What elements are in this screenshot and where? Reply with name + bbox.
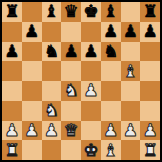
square-c1[interactable] (42, 140, 62, 160)
black-bishop-piece: ♝ (44, 3, 59, 20)
black-queen-piece: ♛ (64, 3, 79, 20)
white-pawn-piece: ♟ (4, 121, 19, 138)
white-bishop-piece: ♝ (103, 141, 118, 158)
square-f2[interactable]: ♟ (101, 121, 121, 141)
square-h6[interactable] (140, 42, 160, 62)
chess-board-frame: ♜♝♛♚♝♜♟♟♟♟♟♞♟♟♞♝♞♟♞♟♟♟♛♟♟♟♜♚♝♜ (0, 0, 162, 162)
white-pawn-piece: ♟ (143, 121, 158, 138)
square-h4[interactable] (140, 81, 160, 101)
square-b3[interactable] (22, 101, 42, 121)
black-pawn-piece: ♟ (143, 23, 158, 40)
square-e5[interactable] (81, 61, 101, 81)
square-e8[interactable]: ♚ (81, 2, 101, 22)
square-g7[interactable]: ♟ (121, 22, 141, 42)
square-f8[interactable]: ♝ (101, 2, 121, 22)
square-d2[interactable]: ♛ (61, 121, 81, 141)
square-f4[interactable] (101, 81, 121, 101)
square-c2[interactable]: ♟ (42, 121, 62, 141)
square-e1[interactable]: ♚ (81, 140, 101, 160)
black-pawn-piece: ♟ (24, 23, 39, 40)
square-h3[interactable] (140, 101, 160, 121)
black-rook-piece: ♜ (4, 3, 19, 20)
white-pawn-piece: ♟ (103, 121, 118, 138)
white-king-piece: ♚ (83, 141, 98, 158)
square-e3[interactable] (81, 101, 101, 121)
square-c8[interactable]: ♝ (42, 2, 62, 22)
square-g1[interactable] (121, 140, 141, 160)
square-g6[interactable] (121, 42, 141, 62)
white-bishop-piece: ♝ (123, 62, 138, 79)
square-h8[interactable]: ♜ (140, 2, 160, 22)
square-b7[interactable]: ♟ (22, 22, 42, 42)
white-rook-piece: ♜ (4, 141, 19, 158)
white-pawn-piece: ♟ (83, 82, 98, 99)
white-queen-piece: ♛ (64, 121, 79, 138)
square-f1[interactable]: ♝ (101, 140, 121, 160)
square-g3[interactable] (121, 101, 141, 121)
square-c7[interactable] (42, 22, 62, 42)
square-h7[interactable]: ♟ (140, 22, 160, 42)
square-b2[interactable]: ♟ (22, 121, 42, 141)
square-h2[interactable]: ♟ (140, 121, 160, 141)
square-f5[interactable] (101, 61, 121, 81)
black-rook-piece: ♜ (143, 3, 158, 20)
chess-board: ♜♝♛♚♝♜♟♟♟♟♟♞♟♟♞♝♞♟♞♟♟♟♛♟♟♟♜♚♝♜ (2, 2, 160, 160)
square-f3[interactable] (101, 101, 121, 121)
square-h5[interactable] (140, 61, 160, 81)
square-a4[interactable] (2, 81, 22, 101)
black-bishop-piece: ♝ (103, 3, 118, 20)
square-e7[interactable] (81, 22, 101, 42)
square-d4[interactable]: ♞ (61, 81, 81, 101)
square-d7[interactable] (61, 22, 81, 42)
square-a6[interactable]: ♟ (2, 42, 22, 62)
black-pawn-piece: ♟ (83, 42, 98, 59)
square-c6[interactable]: ♞ (42, 42, 62, 62)
square-g5[interactable]: ♝ (121, 61, 141, 81)
square-a8[interactable]: ♜ (2, 2, 22, 22)
square-a7[interactable] (2, 22, 22, 42)
square-d3[interactable] (61, 101, 81, 121)
square-g2[interactable]: ♟ (121, 121, 141, 141)
white-pawn-piece: ♟ (123, 121, 138, 138)
square-c5[interactable] (42, 61, 62, 81)
white-pawn-piece: ♟ (44, 121, 59, 138)
square-b4[interactable] (22, 81, 42, 101)
square-b8[interactable] (22, 2, 42, 22)
square-a1[interactable]: ♜ (2, 140, 22, 160)
square-e2[interactable] (81, 121, 101, 141)
square-d1[interactable] (61, 140, 81, 160)
black-pawn-piece: ♟ (4, 42, 19, 59)
white-knight-piece: ♞ (44, 102, 59, 119)
square-a5[interactable] (2, 61, 22, 81)
square-d5[interactable] (61, 61, 81, 81)
white-knight-piece: ♞ (64, 82, 79, 99)
square-e4[interactable]: ♟ (81, 81, 101, 101)
square-a2[interactable]: ♟ (2, 121, 22, 141)
square-b5[interactable] (22, 61, 42, 81)
square-b1[interactable] (22, 140, 42, 160)
white-pawn-piece: ♟ (24, 121, 39, 138)
black-knight-piece: ♞ (103, 42, 118, 59)
square-c4[interactable] (42, 81, 62, 101)
white-rook-piece: ♜ (143, 141, 158, 158)
black-king-piece: ♚ (83, 3, 98, 20)
square-f7[interactable]: ♟ (101, 22, 121, 42)
black-pawn-piece: ♟ (64, 42, 79, 59)
square-d8[interactable]: ♛ (61, 2, 81, 22)
square-d6[interactable]: ♟ (61, 42, 81, 62)
square-g8[interactable] (121, 2, 141, 22)
black-knight-piece: ♞ (44, 42, 59, 59)
square-c3[interactable]: ♞ (42, 101, 62, 121)
square-a3[interactable] (2, 101, 22, 121)
square-h1[interactable]: ♜ (140, 140, 160, 160)
square-b6[interactable] (22, 42, 42, 62)
black-pawn-piece: ♟ (103, 23, 118, 40)
square-e6[interactable]: ♟ (81, 42, 101, 62)
square-f6[interactable]: ♞ (101, 42, 121, 62)
black-pawn-piece: ♟ (123, 23, 138, 40)
square-g4[interactable] (121, 81, 141, 101)
